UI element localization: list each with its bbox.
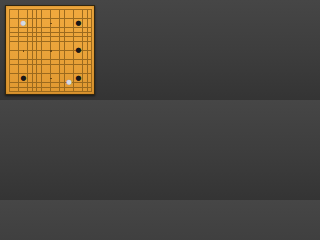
stones-layer: ●●●●●● xyxy=(7,7,94,94)
go-stone-black-Q16: ● xyxy=(76,21,81,26)
star-point xyxy=(50,23,52,25)
go-board[interactable]: ●●●●●● xyxy=(5,5,95,95)
star-point xyxy=(50,78,52,80)
go-stone-white-D16: ● xyxy=(21,21,26,26)
go-stone-black-Q10: ● xyxy=(76,48,81,53)
star-point xyxy=(23,50,25,52)
star-point xyxy=(50,50,52,52)
go-stone-white-O3: ● xyxy=(67,80,72,85)
go-stone-black-D4: ● xyxy=(21,76,26,81)
go-stone-black-Q4: ● xyxy=(76,76,81,81)
